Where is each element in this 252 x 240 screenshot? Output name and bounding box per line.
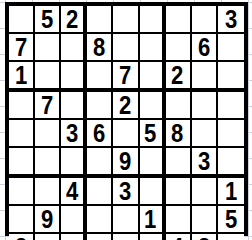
- cell-r2c4[interactable]: 8: [87, 34, 113, 62]
- cell-r6c2[interactable]: [35, 148, 61, 178]
- digit-r5c7: 8: [172, 120, 184, 146]
- cell-r4c3[interactable]: [61, 92, 87, 120]
- cell-r8c1[interactable]: [9, 206, 35, 234]
- digit-r9c1: 3: [15, 234, 27, 240]
- digit-r2c8: 6: [198, 34, 210, 60]
- cell-r5c8[interactable]: [192, 120, 218, 148]
- cell-r7c9[interactable]: 1: [218, 178, 244, 206]
- cell-r4c7[interactable]: [166, 92, 192, 120]
- cell-r9c7[interactable]: 4: [166, 234, 192, 240]
- cell-r2c9[interactable]: [218, 34, 244, 62]
- cell-r6c4[interactable]: [87, 148, 113, 178]
- cell-r7c8[interactable]: [192, 178, 218, 206]
- cell-r6c6[interactable]: [140, 148, 166, 178]
- cell-r6c1[interactable]: [9, 148, 35, 178]
- cell-r2c3[interactable]: [61, 34, 87, 62]
- cell-r7c2[interactable]: [35, 178, 61, 206]
- cell-r6c5[interactable]: 9: [113, 148, 139, 178]
- cell-r1c6[interactable]: [140, 6, 166, 34]
- digit-r7c3: 4: [66, 178, 78, 204]
- cell-r7c5[interactable]: 3: [113, 178, 139, 206]
- cell-r2c6[interactable]: [140, 34, 166, 62]
- digit-r7c5: 3: [119, 178, 131, 204]
- cell-r6c8[interactable]: 3: [192, 148, 218, 178]
- cell-r7c4[interactable]: [87, 178, 113, 206]
- cell-r9c4[interactable]: [87, 234, 113, 240]
- cell-r5c7[interactable]: 8: [166, 120, 192, 148]
- cell-r3c1[interactable]: 1: [9, 62, 35, 92]
- cell-r6c9[interactable]: [218, 148, 244, 178]
- cell-r9c8[interactable]: 8: [192, 234, 218, 240]
- cell-r9c6[interactable]: [140, 234, 166, 240]
- cell-r9c1[interactable]: 3: [9, 234, 35, 240]
- cell-r8c9[interactable]: 5: [218, 206, 244, 234]
- cell-r8c7[interactable]: [166, 206, 192, 234]
- digit-r4c2: 7: [41, 92, 53, 118]
- digit-r1c2: 5: [41, 6, 53, 32]
- cell-r1c4[interactable]: [87, 6, 113, 34]
- cell-r1c7[interactable]: [166, 6, 192, 34]
- cell-r2c7[interactable]: [166, 34, 192, 62]
- cell-r5c2[interactable]: [35, 120, 61, 148]
- cell-r1c9[interactable]: 3: [218, 6, 244, 34]
- cell-r7c3[interactable]: 4: [61, 178, 87, 206]
- cell-r5c9[interactable]: [218, 120, 244, 148]
- cell-r2c1[interactable]: 7: [9, 34, 35, 62]
- digit-r7c9: 1: [225, 178, 237, 204]
- digit-r3c5: 7: [119, 62, 131, 88]
- digit-r5c6: 5: [144, 120, 156, 146]
- cell-r4c5[interactable]: 2: [113, 92, 139, 120]
- cell-r1c5[interactable]: [113, 6, 139, 34]
- digit-r1c9: 3: [225, 6, 237, 32]
- cell-r4c1[interactable]: [9, 92, 35, 120]
- cell-r1c8[interactable]: [192, 6, 218, 34]
- digit-r3c1: 1: [15, 62, 27, 88]
- cell-r4c4[interactable]: [87, 92, 113, 120]
- cell-r6c7[interactable]: [166, 148, 192, 178]
- digit-r8c6: 1: [144, 206, 156, 232]
- cell-r4c6[interactable]: [140, 92, 166, 120]
- cell-r3c7[interactable]: 2: [166, 62, 192, 92]
- digit-r8c2: 9: [41, 206, 53, 232]
- cell-r4c8[interactable]: [192, 92, 218, 120]
- cell-r3c5[interactable]: 7: [113, 62, 139, 92]
- cell-r3c3[interactable]: [61, 62, 87, 92]
- digit-r2c1: 7: [15, 34, 27, 60]
- cell-r3c4[interactable]: [87, 62, 113, 92]
- digit-r8c9: 5: [225, 206, 237, 232]
- cell-r8c4[interactable]: [87, 206, 113, 234]
- cell-r1c2[interactable]: 5: [35, 6, 61, 34]
- cell-r5c1[interactable]: [9, 120, 35, 148]
- cell-r5c3[interactable]: 3: [61, 120, 87, 148]
- cell-r9c3[interactable]: [61, 234, 87, 240]
- cell-r8c2[interactable]: 9: [35, 206, 61, 234]
- cell-r3c9[interactable]: [218, 62, 244, 92]
- digit-r6c5: 9: [119, 148, 131, 174]
- cell-r6c3[interactable]: [61, 148, 87, 178]
- digit-r1c3: 2: [66, 6, 78, 32]
- cell-r8c3[interactable]: [61, 206, 87, 234]
- cell-r8c5[interactable]: [113, 206, 139, 234]
- digit-r3c7: 2: [172, 62, 184, 88]
- digit-r5c3: 3: [66, 120, 78, 146]
- cell-r2c8[interactable]: 6: [192, 34, 218, 62]
- cell-r5c6[interactable]: 5: [140, 120, 166, 148]
- digit-r5c4: 6: [93, 120, 105, 146]
- cell-r2c2[interactable]: [35, 34, 61, 62]
- cell-r3c6[interactable]: [140, 62, 166, 92]
- cell-r2c5[interactable]: [113, 34, 139, 62]
- cell-r5c4[interactable]: 6: [87, 120, 113, 148]
- digit-r9c8: 8: [198, 234, 210, 240]
- digit-r4c5: 2: [119, 92, 131, 118]
- cell-r5c5[interactable]: [113, 120, 139, 148]
- digit-r2c4: 8: [93, 34, 105, 60]
- cell-r3c8[interactable]: [192, 62, 218, 92]
- cell-r7c6[interactable]: [140, 178, 166, 206]
- sudoku-screenshot: 5 2 3 7 8 6 1 7 2 7 2: [0, 0, 252, 240]
- cell-r9c2[interactable]: [35, 234, 61, 240]
- cell-r9c5[interactable]: [113, 234, 139, 240]
- cell-r8c8[interactable]: [192, 206, 218, 234]
- cell-r9c9[interactable]: [218, 234, 244, 240]
- cell-r1c1[interactable]: [9, 6, 35, 34]
- cell-r4c9[interactable]: [218, 92, 244, 120]
- cell-r3c2[interactable]: [35, 62, 61, 92]
- cell-r8c6[interactable]: 1: [140, 206, 166, 234]
- sudoku-board: 5 2 3 7 8 6 1 7 2 7 2: [5, 2, 248, 236]
- cell-r4c2[interactable]: 7: [35, 92, 61, 120]
- cell-r7c7[interactable]: [166, 178, 192, 206]
- cell-r7c1[interactable]: [9, 178, 35, 206]
- digit-r9c7: 4: [172, 234, 184, 240]
- digit-r6c8: 3: [198, 148, 210, 174]
- cell-r1c3[interactable]: 2: [61, 6, 87, 34]
